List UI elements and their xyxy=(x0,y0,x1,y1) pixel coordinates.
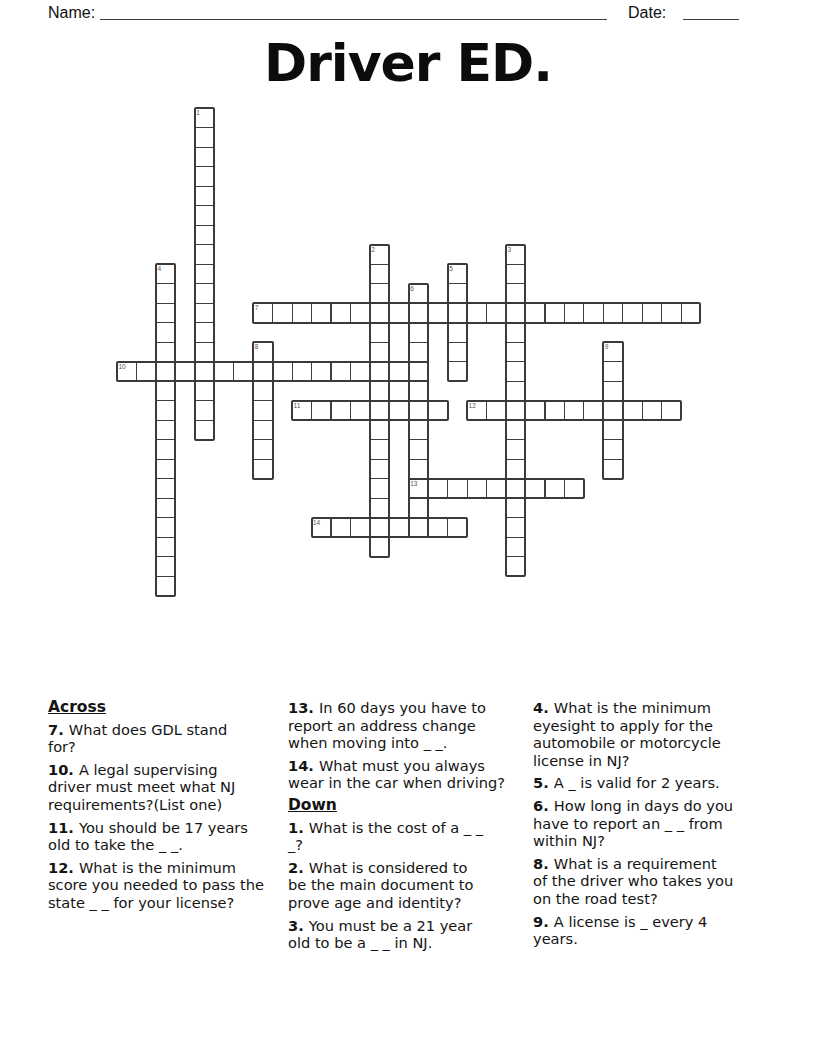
cell-divider xyxy=(350,519,351,537)
cell-number-4: 4 xyxy=(157,265,161,272)
cell-divider xyxy=(408,363,409,381)
cell-divider xyxy=(157,439,174,440)
cell-number-12: 12 xyxy=(469,402,476,409)
clue-heading-across: Across xyxy=(48,699,310,717)
word-10-across[interactable] xyxy=(116,361,429,383)
cell-divider xyxy=(196,205,213,206)
cell-divider xyxy=(428,519,429,537)
clue-number: 7. xyxy=(48,721,69,738)
clue-number: 8. xyxy=(533,855,554,872)
cell-divider xyxy=(157,420,174,421)
clues-column-1: Across7. What does GDL stand for?10. A l… xyxy=(48,699,310,917)
cell-divider xyxy=(486,402,487,420)
clue-number: 6. xyxy=(533,797,554,814)
cell-divider xyxy=(486,304,487,322)
clue-across-12: 12. What is the minimum score you needed… xyxy=(48,859,310,912)
clue-down-3: 3. You must be a 21 year old to be a _ _… xyxy=(288,917,538,952)
cell-number-5: 5 xyxy=(449,265,453,272)
cell-divider xyxy=(253,363,254,381)
cell-divider xyxy=(233,363,234,381)
clue-number: 2. xyxy=(288,859,309,876)
cell-divider xyxy=(449,283,466,284)
clue-across-10: 10. A legal supervising driver must meet… xyxy=(48,761,310,814)
cell-divider xyxy=(196,166,213,167)
cell-divider xyxy=(157,556,174,557)
cell-divider xyxy=(449,361,466,362)
cell-divider xyxy=(371,498,388,499)
clue-text: What must you always wear in the car whe… xyxy=(288,757,505,792)
cell-divider xyxy=(507,342,524,343)
name-blank-line[interactable] xyxy=(100,4,607,20)
cell-divider xyxy=(272,363,273,381)
cell-divider xyxy=(371,439,388,440)
clue-number: 13. xyxy=(288,699,319,716)
clue-across-7: 7. What does GDL stand for? xyxy=(48,721,310,756)
cell-number-11: 11 xyxy=(294,402,301,409)
cell-divider xyxy=(196,186,213,187)
cell-divider xyxy=(525,402,526,420)
cell-divider xyxy=(564,304,565,322)
crossword-grid: 1234567891011121314 xyxy=(117,108,705,600)
cell-divider xyxy=(157,478,174,479)
cell-divider xyxy=(389,304,390,322)
cell-divider xyxy=(157,498,174,499)
cell-divider xyxy=(196,283,213,284)
cell-divider xyxy=(292,363,293,381)
clue-down-1: 1. What is the cost of a _ _ _? xyxy=(288,819,538,854)
cell-divider xyxy=(272,304,273,322)
cell-divider xyxy=(408,402,409,420)
cell-number-7: 7 xyxy=(255,304,259,311)
cell-divider xyxy=(196,244,213,245)
cell-divider xyxy=(330,402,331,420)
cell-divider xyxy=(564,480,565,498)
cell-divider xyxy=(254,420,271,421)
cell-divider xyxy=(507,537,524,538)
cell-divider xyxy=(604,459,621,460)
cell-divider xyxy=(214,363,215,381)
date-blank-line[interactable] xyxy=(683,4,739,20)
cell-divider xyxy=(603,304,604,322)
cell-divider xyxy=(175,363,176,381)
clue-across-13: 13. In 60 days you have to report an add… xyxy=(288,699,538,752)
cell-number-6: 6 xyxy=(410,285,414,292)
word-11-across[interactable] xyxy=(291,400,449,422)
cell-divider xyxy=(369,402,370,420)
cell-divider xyxy=(408,304,409,322)
cell-divider xyxy=(254,459,271,460)
cell-divider xyxy=(196,264,213,265)
cell-divider xyxy=(681,304,682,322)
cell-divider xyxy=(564,402,565,420)
cell-divider xyxy=(389,363,390,381)
clue-number: 5. xyxy=(533,774,554,791)
cell-divider xyxy=(507,283,524,284)
cell-divider xyxy=(447,480,448,498)
clue-text: What is the minimum score you needed to … xyxy=(48,859,264,911)
cell-divider xyxy=(369,363,370,381)
cell-divider xyxy=(544,402,545,420)
cell-divider xyxy=(408,519,409,537)
cell-divider xyxy=(661,402,662,420)
cell-divider xyxy=(525,304,526,322)
clue-number: 14. xyxy=(288,757,319,774)
cell-divider xyxy=(292,304,293,322)
cell-divider xyxy=(311,402,312,420)
cell-divider xyxy=(447,304,448,322)
cell-number-9: 9 xyxy=(605,343,609,350)
cell-divider xyxy=(196,342,213,343)
clues-column-3: 4. What is the minimum eyesight to apply… xyxy=(533,699,771,953)
cell-divider xyxy=(544,480,545,498)
cell-divider xyxy=(506,480,507,498)
cell-divider xyxy=(428,480,429,498)
cell-divider xyxy=(196,303,213,304)
cell-divider xyxy=(642,402,643,420)
cell-divider xyxy=(157,537,174,538)
clue-number: 4. xyxy=(533,699,554,716)
cell-divider xyxy=(311,304,312,322)
cell-divider xyxy=(330,304,331,322)
word-13-across[interactable] xyxy=(408,478,585,500)
clue-text: What does GDL stand for? xyxy=(48,721,227,756)
cell-divider xyxy=(661,304,662,322)
clue-number: 12. xyxy=(48,859,79,876)
cell-number-8: 8 xyxy=(255,343,259,350)
clue-text: What is the cost of a _ _ _? xyxy=(288,819,483,854)
cell-divider xyxy=(371,478,388,479)
cell-divider xyxy=(410,439,427,440)
cell-divider xyxy=(196,147,213,148)
cell-divider xyxy=(604,361,621,362)
clue-number: 10. xyxy=(48,761,79,778)
cell-divider xyxy=(350,304,351,322)
clue-text: What is a requirement of the driver who … xyxy=(533,855,733,907)
cell-divider xyxy=(311,363,312,381)
cell-divider xyxy=(157,400,174,401)
cell-number-2: 2 xyxy=(371,246,375,253)
cell-number-1: 1 xyxy=(196,109,200,116)
clue-text: You should be 17 years old to take the _… xyxy=(48,819,248,854)
cell-divider xyxy=(371,264,388,265)
clue-text: You must be a 21 year old to be a _ _ in… xyxy=(288,917,472,952)
clue-text: What is considered to be the main docume… xyxy=(288,859,474,911)
cell-divider xyxy=(196,400,213,401)
cell-divider xyxy=(369,304,370,322)
word-1-down[interactable] xyxy=(194,107,215,441)
clue-text: How long in days do you have to report a… xyxy=(533,797,733,849)
clue-down-2: 2. What is considered to be the main doc… xyxy=(288,859,538,912)
cell-divider xyxy=(157,576,174,577)
clue-across-14: 14. What must you always wear in the car… xyxy=(288,757,538,792)
word-14-across[interactable] xyxy=(311,517,469,539)
cell-divider xyxy=(196,420,213,421)
cell-divider xyxy=(583,304,584,322)
clues-column-2: 13. In 60 days you have to report an add… xyxy=(288,699,538,957)
puzzle-title: Driver ED. xyxy=(0,33,816,93)
cell-divider xyxy=(157,517,174,518)
clue-number: 3. xyxy=(288,917,309,934)
cell-divider xyxy=(371,459,388,460)
cell-divider xyxy=(428,304,429,322)
cell-divider xyxy=(157,342,174,343)
cell-divider xyxy=(642,304,643,322)
cell-divider xyxy=(371,342,388,343)
cell-divider xyxy=(505,402,506,420)
clue-down-4: 4. What is the minimum eyesight to apply… xyxy=(533,699,771,769)
cell-divider xyxy=(196,127,213,128)
cell-divider xyxy=(544,304,545,322)
cell-divider xyxy=(254,400,271,401)
word-12-across[interactable] xyxy=(466,400,682,422)
cell-divider xyxy=(604,439,621,440)
cell-divider xyxy=(136,363,137,381)
cell-divider xyxy=(410,459,427,460)
clue-down-8: 8. What is a requirement of the driver w… xyxy=(533,855,771,908)
cell-divider xyxy=(505,304,506,322)
cell-divider xyxy=(350,402,351,420)
cell-divider xyxy=(467,304,468,322)
cell-divider xyxy=(507,264,524,265)
clue-down-5: 5. A _ is valid for 2 years. xyxy=(533,774,771,792)
date-label: Date: xyxy=(628,4,666,22)
cell-divider xyxy=(622,402,623,420)
cell-divider xyxy=(254,439,271,440)
cell-divider xyxy=(604,381,621,382)
cell-divider xyxy=(603,402,604,420)
cell-divider xyxy=(447,519,448,537)
cell-divider xyxy=(428,402,429,420)
cell-divider xyxy=(486,480,487,498)
cell-divider xyxy=(525,480,526,498)
clue-number: 11. xyxy=(48,819,79,836)
cell-number-14: 14 xyxy=(313,519,320,526)
cell-number-10: 10 xyxy=(119,363,126,370)
cell-divider xyxy=(583,402,584,420)
cell-divider xyxy=(389,519,390,537)
cell-divider xyxy=(389,402,390,420)
clue-text: A license is _ every 4 years. xyxy=(533,913,707,948)
cell-divider xyxy=(157,283,174,284)
cell-divider xyxy=(371,283,388,284)
cell-divider xyxy=(507,439,524,440)
cell-divider xyxy=(157,303,174,304)
name-label: Name: xyxy=(48,4,95,22)
cell-divider xyxy=(155,363,156,381)
cell-divider xyxy=(196,322,213,323)
cell-divider xyxy=(330,363,331,381)
clue-across-11: 11. You should be 17 years old to take t… xyxy=(48,819,310,854)
cell-divider xyxy=(369,519,370,537)
clue-down-9: 9. A license is _ every 4 years. xyxy=(533,913,771,948)
cell-divider xyxy=(410,342,427,343)
cell-divider xyxy=(467,480,468,498)
cell-divider xyxy=(507,381,524,382)
cell-divider xyxy=(449,342,466,343)
cell-divider xyxy=(622,304,623,322)
cell-divider xyxy=(196,225,213,226)
cell-divider xyxy=(157,459,174,460)
clue-number: 9. xyxy=(533,913,554,930)
clue-heading-down: Down xyxy=(288,797,538,815)
cell-divider xyxy=(507,361,524,362)
clue-down-6: 6. How long in days do you have to repor… xyxy=(533,797,771,850)
clue-text: A _ is valid for 2 years. xyxy=(554,774,720,791)
cell-divider xyxy=(507,556,524,557)
clue-text: What is the minimum eyesight to apply fo… xyxy=(533,699,721,769)
word-4-down[interactable] xyxy=(155,263,176,597)
cell-divider xyxy=(157,322,174,323)
cell-number-3: 3 xyxy=(508,246,512,253)
cell-divider xyxy=(507,517,524,518)
cell-divider xyxy=(507,459,524,460)
clue-number: 1. xyxy=(288,819,309,836)
cell-divider xyxy=(330,519,331,537)
word-7-across[interactable] xyxy=(252,302,701,324)
cell-divider xyxy=(350,363,351,381)
cell-number-13: 13 xyxy=(410,480,417,487)
cell-divider xyxy=(194,363,195,381)
